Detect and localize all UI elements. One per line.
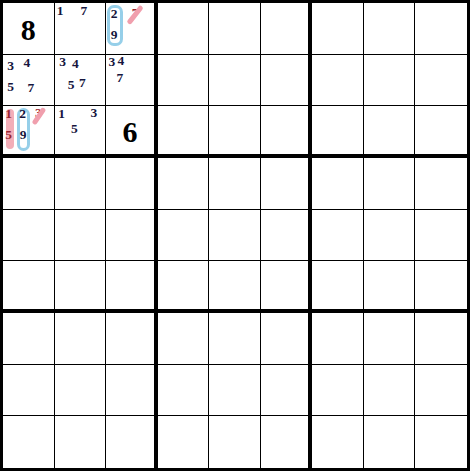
cell-r9c9[interactable]	[415, 416, 467, 468]
cell-r2c1[interactable]: 3457	[3, 55, 55, 107]
cell-r2c4[interactable]	[158, 55, 210, 107]
cell-r6c7[interactable]	[312, 261, 364, 313]
cell-r7c3[interactable]	[106, 313, 158, 365]
candidate-7: 7	[27, 81, 34, 95]
cell-r2c3[interactable]: 347	[106, 55, 158, 107]
cell-r3c2[interactable]: 135	[55, 106, 107, 158]
given-digit-6: 6	[122, 117, 137, 147]
candidate-3: 3	[7, 59, 14, 73]
candidate-9: 9	[111, 29, 118, 43]
cell-r2c9[interactable]	[415, 55, 467, 107]
cell-r9c4[interactable]	[158, 416, 210, 468]
cell-r7c4[interactable]	[158, 313, 210, 365]
cell-r8c8[interactable]	[364, 365, 416, 417]
cell-r2c8[interactable]	[364, 55, 416, 107]
sudoku-board: 81729734573457347123591356	[0, 0, 470, 471]
cell-r5c3[interactable]	[106, 210, 158, 262]
cell-r6c6[interactable]	[261, 261, 313, 313]
cell-r6c2[interactable]	[55, 261, 107, 313]
cell-r4c3[interactable]	[106, 158, 158, 210]
cell-r1c1[interactable]: 8	[3, 3, 55, 55]
cell-r3c7[interactable]	[312, 106, 364, 158]
cell-r5c8[interactable]	[364, 210, 416, 262]
cell-r1c8[interactable]	[364, 3, 416, 55]
cell-r4c8[interactable]	[364, 158, 416, 210]
candidate-7: 7	[117, 71, 124, 85]
cell-r8c9[interactable]	[415, 365, 467, 417]
cell-r3c4[interactable]	[158, 106, 210, 158]
cell-r2c6[interactable]	[261, 55, 313, 107]
candidate-2: 2	[19, 108, 26, 122]
cell-r8c1[interactable]	[3, 365, 55, 417]
cell-r7c9[interactable]	[415, 313, 467, 365]
cell-r5c6[interactable]	[261, 210, 313, 262]
cell-r1c6[interactable]	[261, 3, 313, 55]
cell-r3c6[interactable]	[261, 106, 313, 158]
candidate-4: 4	[117, 54, 124, 68]
cell-r4c2[interactable]	[55, 158, 107, 210]
cell-r5c7[interactable]	[312, 210, 364, 262]
cell-r9c2[interactable]	[55, 416, 107, 468]
cell-r7c5[interactable]	[209, 313, 261, 365]
cell-r3c1[interactable]: 12359	[3, 106, 55, 158]
cell-r3c8[interactable]	[364, 106, 416, 158]
candidate-1: 1	[58, 107, 65, 121]
cell-r3c3[interactable]: 6	[106, 106, 158, 158]
cell-r9c3[interactable]	[106, 416, 158, 468]
cell-r9c1[interactable]	[3, 416, 55, 468]
cell-r5c1[interactable]	[3, 210, 55, 262]
cell-r9c8[interactable]	[364, 416, 416, 468]
candidate-5: 5	[71, 122, 78, 136]
cell-r7c6[interactable]	[261, 313, 313, 365]
cell-r8c7[interactable]	[312, 365, 364, 417]
cell-r4c1[interactable]	[3, 158, 55, 210]
cell-r1c5[interactable]	[209, 3, 261, 55]
given-digit-8: 8	[21, 15, 36, 45]
cell-r5c4[interactable]	[158, 210, 210, 262]
cell-r6c5[interactable]	[209, 261, 261, 313]
cell-r2c2[interactable]: 3457	[55, 55, 107, 107]
cell-r4c9[interactable]	[415, 158, 467, 210]
cell-r4c7[interactable]	[312, 158, 364, 210]
cell-r7c2[interactable]	[55, 313, 107, 365]
candidate-5: 5	[5, 128, 12, 142]
cell-r1c4[interactable]	[158, 3, 210, 55]
cell-r2c7[interactable]	[312, 55, 364, 107]
candidate-4: 4	[23, 57, 30, 71]
cell-r6c3[interactable]	[106, 261, 158, 313]
candidate-9: 9	[20, 128, 27, 142]
candidate-3: 3	[59, 56, 66, 70]
cell-r6c1[interactable]	[3, 261, 55, 313]
cell-r8c2[interactable]	[55, 365, 107, 417]
cell-r9c5[interactable]	[209, 416, 261, 468]
candidate-1: 1	[57, 4, 64, 18]
cell-r6c4[interactable]	[158, 261, 210, 313]
candidate-7: 7	[79, 76, 86, 90]
cell-r4c6[interactable]	[261, 158, 313, 210]
cell-r4c5[interactable]	[209, 158, 261, 210]
cell-r9c7[interactable]	[312, 416, 364, 468]
cell-r8c4[interactable]	[158, 365, 210, 417]
cell-r8c6[interactable]	[261, 365, 313, 417]
cell-r6c8[interactable]	[364, 261, 416, 313]
cell-r4c4[interactable]	[158, 158, 210, 210]
cell-r8c5[interactable]	[209, 365, 261, 417]
cell-r5c2[interactable]	[55, 210, 107, 262]
cell-r6c9[interactable]	[415, 261, 467, 313]
cell-r5c5[interactable]	[209, 210, 261, 262]
candidate-4: 4	[72, 57, 79, 71]
candidate-1: 1	[5, 108, 12, 122]
candidate-3: 3	[91, 107, 98, 121]
cell-r3c5[interactable]	[209, 106, 261, 158]
cell-r7c7[interactable]	[312, 313, 364, 365]
cell-r5c9[interactable]	[415, 210, 467, 262]
cell-r7c1[interactable]	[3, 313, 55, 365]
cell-r1c3[interactable]: 297	[106, 3, 158, 55]
cell-r1c9[interactable]	[415, 3, 467, 55]
candidate-2: 2	[111, 7, 118, 21]
cell-r2c5[interactable]	[209, 55, 261, 107]
cell-r8c3[interactable]	[106, 365, 158, 417]
candidate-5: 5	[68, 78, 75, 92]
candidate-3: 3	[108, 55, 115, 69]
cell-r9c6[interactable]	[261, 416, 313, 468]
candidate-7: 7	[80, 4, 87, 18]
cell-r1c7[interactable]	[312, 3, 364, 55]
cell-r1c2[interactable]: 17	[55, 3, 107, 55]
candidate-5: 5	[7, 80, 14, 94]
cell-r3c9[interactable]	[415, 106, 467, 158]
cell-r7c8[interactable]	[364, 313, 416, 365]
